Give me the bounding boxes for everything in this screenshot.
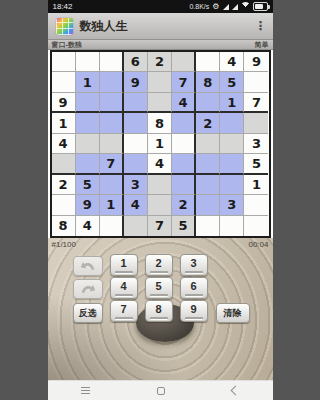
digit-button-2[interactable]: 2: [145, 254, 173, 276]
cell-r9c5[interactable]: 7: [148, 216, 172, 236]
cell-r1c3[interactable]: [100, 52, 124, 72]
digit-button-7[interactable]: 7: [110, 300, 138, 322]
cell-r5c3[interactable]: [100, 134, 124, 154]
overflow-menu-icon[interactable]: ⋮: [255, 20, 265, 32]
cell-r6c7[interactable]: [196, 154, 220, 174]
clock: 18:42: [53, 2, 73, 11]
digit-underline: [115, 271, 133, 274]
network-speed: 0.8K/s: [189, 3, 209, 10]
undo-button[interactable]: [73, 256, 103, 276]
app-title: 数独人生: [80, 18, 248, 35]
cell-r2c9[interactable]: [244, 72, 268, 92]
cell-r6c6[interactable]: [172, 154, 196, 174]
cell-r8c4[interactable]: 4: [124, 195, 148, 215]
status-bar: 18:42 0.8K/s ⚙: [48, 0, 273, 13]
cell-r3c9[interactable]: 7: [244, 93, 268, 113]
cell-r8c9[interactable]: [244, 195, 268, 215]
cell-r2c7[interactable]: 8: [196, 72, 220, 92]
signal-icon-2: [232, 4, 238, 10]
cell-r5c2[interactable]: [76, 134, 100, 154]
cell-r5c4[interactable]: [124, 134, 148, 154]
cell-r3c4[interactable]: [124, 93, 148, 113]
cell-r9c6[interactable]: 5: [172, 216, 196, 236]
cell-r7c9[interactable]: 1: [244, 175, 268, 195]
cell-r2c2[interactable]: 1: [76, 72, 100, 92]
digit-label: 9: [190, 303, 196, 316]
difficulty-label: 简单: [255, 40, 269, 50]
cell-r4c8[interactable]: [220, 113, 244, 133]
cell-r8c7[interactable]: [196, 195, 220, 215]
sudoku-board: 62491978594171824137452531914238475: [50, 50, 271, 238]
cell-r1c7[interactable]: [196, 52, 220, 72]
digit-label: 3: [190, 257, 196, 270]
digit-button-1[interactable]: 1: [110, 254, 138, 276]
digit-underline: [185, 294, 203, 297]
cell-r7c2[interactable]: 5: [76, 175, 100, 195]
cell-r6c4[interactable]: [124, 154, 148, 174]
signal-icon: [223, 4, 229, 10]
cell-r8c1[interactable]: [52, 195, 76, 215]
cell-r4c2[interactable]: [76, 113, 100, 133]
cell-r8c8[interactable]: 3: [220, 195, 244, 215]
cell-r3c8[interactable]: 1: [220, 93, 244, 113]
cell-r9c2[interactable]: 4: [76, 216, 100, 236]
digit-button-6[interactable]: 6: [180, 277, 208, 299]
invert-selection-button[interactable]: 反选: [73, 303, 103, 323]
cell-r8c6[interactable]: 2: [172, 195, 196, 215]
digit-label: 5: [155, 280, 161, 293]
cell-r2c1[interactable]: [52, 72, 76, 92]
cell-r5c5[interactable]: 1: [148, 134, 172, 154]
menu-icon[interactable]: [81, 387, 90, 394]
cell-r1c6[interactable]: [172, 52, 196, 72]
digit-label: 2: [155, 257, 161, 270]
cell-r7c6[interactable]: [172, 175, 196, 195]
redo-button[interactable]: [73, 279, 103, 299]
cell-r4c7[interactable]: 2: [196, 113, 220, 133]
cell-r1c1[interactable]: [52, 52, 76, 72]
cell-r4c5[interactable]: 8: [148, 113, 172, 133]
info-line: #1/100 00:04: [48, 238, 273, 250]
cell-r3c1[interactable]: 9: [52, 93, 76, 113]
digit-underline: [185, 317, 203, 320]
cell-r1c8[interactable]: 4: [220, 52, 244, 72]
cell-r4c9[interactable]: [244, 113, 268, 133]
cell-r8c5[interactable]: [148, 195, 172, 215]
cell-r6c5[interactable]: 4: [148, 154, 172, 174]
cell-r8c2[interactable]: 9: [76, 195, 100, 215]
digit-label: 6: [190, 280, 196, 293]
digit-underline: [150, 294, 168, 297]
cell-r6c8[interactable]: [220, 154, 244, 174]
digit-button-9[interactable]: 9: [180, 300, 208, 322]
app-icon: [56, 18, 73, 35]
sub-bar: 窗口-数独 简单: [48, 40, 273, 50]
cell-r1c4[interactable]: 6: [124, 52, 148, 72]
cell-r5c7[interactable]: [196, 134, 220, 154]
cell-r5c1[interactable]: 4: [52, 134, 76, 154]
cell-r9c8[interactable]: [220, 216, 244, 236]
cell-r7c7[interactable]: [196, 175, 220, 195]
cell-r9c9[interactable]: [244, 216, 268, 236]
cell-r1c5[interactable]: 2: [148, 52, 172, 72]
cell-r8c3[interactable]: 1: [100, 195, 124, 215]
cell-r7c5[interactable]: [148, 175, 172, 195]
cell-r7c3[interactable]: [100, 175, 124, 195]
app-bar: 数独人生 ⋮: [48, 13, 273, 40]
cell-r2c3[interactable]: [100, 72, 124, 92]
puzzle-progress: #1/100: [52, 240, 76, 249]
digit-label: 7: [120, 303, 126, 316]
cell-r5c9[interactable]: 3: [244, 134, 268, 154]
cell-r2c4[interactable]: 9: [124, 72, 148, 92]
digit-label: 8: [155, 303, 161, 316]
cell-r1c9[interactable]: 9: [244, 52, 268, 72]
digit-button-4[interactable]: 4: [110, 277, 138, 299]
cell-r7c4[interactable]: 3: [124, 175, 148, 195]
digit-underline: [115, 294, 133, 297]
back-icon[interactable]: [231, 386, 241, 396]
cell-r4c4[interactable]: [124, 113, 148, 133]
cell-r5c6[interactable]: [172, 134, 196, 154]
cell-r3c5[interactable]: [148, 93, 172, 113]
digit-underline: [115, 317, 133, 320]
cell-r4c3[interactable]: [100, 113, 124, 133]
digit-underline: [150, 317, 168, 320]
cell-r2c5[interactable]: [148, 72, 172, 92]
wifi-icon: [241, 2, 250, 11]
cell-r5c8[interactable]: [220, 134, 244, 154]
window-label: 窗口-数独: [52, 40, 82, 50]
navigation-bar: [48, 380, 273, 400]
phone-screen: 18:42 0.8K/s ⚙ 数独人生 ⋮ 窗口-数独 简单 624919785…: [48, 0, 273, 400]
redo-arrow-icon: [80, 283, 96, 295]
cell-r3c3[interactable]: [100, 93, 124, 113]
zen-garden-background: #1/100 00:04 反选 清除 1 2 3 4 5 6: [48, 238, 273, 380]
digit-label: 1: [120, 257, 126, 270]
cell-r6c1[interactable]: [52, 154, 76, 174]
cell-r9c3[interactable]: [100, 216, 124, 236]
cell-r3c7[interactable]: [196, 93, 220, 113]
timer: 00:04: [248, 240, 268, 249]
cell-r7c1[interactable]: 2: [52, 175, 76, 195]
digit-underline: [185, 271, 203, 274]
cell-r6c9[interactable]: 5: [244, 154, 268, 174]
digit-button-3[interactable]: 3: [180, 254, 208, 276]
cell-r4c1[interactable]: 1: [52, 113, 76, 133]
cell-r7c8[interactable]: [220, 175, 244, 195]
clear-button[interactable]: 清除: [216, 303, 250, 323]
cell-r2c8[interactable]: 5: [220, 72, 244, 92]
digit-label: 4: [120, 280, 126, 293]
home-icon[interactable]: [157, 387, 165, 395]
cell-r6c2[interactable]: [76, 154, 100, 174]
cell-r1c2[interactable]: [76, 52, 100, 72]
digit-underline: [150, 271, 168, 274]
digit-button-8[interactable]: 8: [145, 300, 173, 322]
cell-r2c6[interactable]: 7: [172, 72, 196, 92]
gear-icon: ⚙: [212, 3, 219, 11]
cell-r3c6[interactable]: 4: [172, 93, 196, 113]
digit-keypad: 1 2 3 4 5 6 7 8 9: [110, 254, 208, 322]
undo-arrow-icon: [80, 260, 96, 272]
battery-icon: [253, 2, 268, 11]
cell-r9c1[interactable]: 8: [52, 216, 76, 236]
cell-r3c2[interactable]: [76, 93, 100, 113]
digit-button-5[interactable]: 5: [145, 277, 173, 299]
cell-r4c6[interactable]: [172, 113, 196, 133]
cell-r6c3[interactable]: 7: [100, 154, 124, 174]
cell-r9c4[interactable]: [124, 216, 148, 236]
cell-r9c7[interactable]: [196, 216, 220, 236]
